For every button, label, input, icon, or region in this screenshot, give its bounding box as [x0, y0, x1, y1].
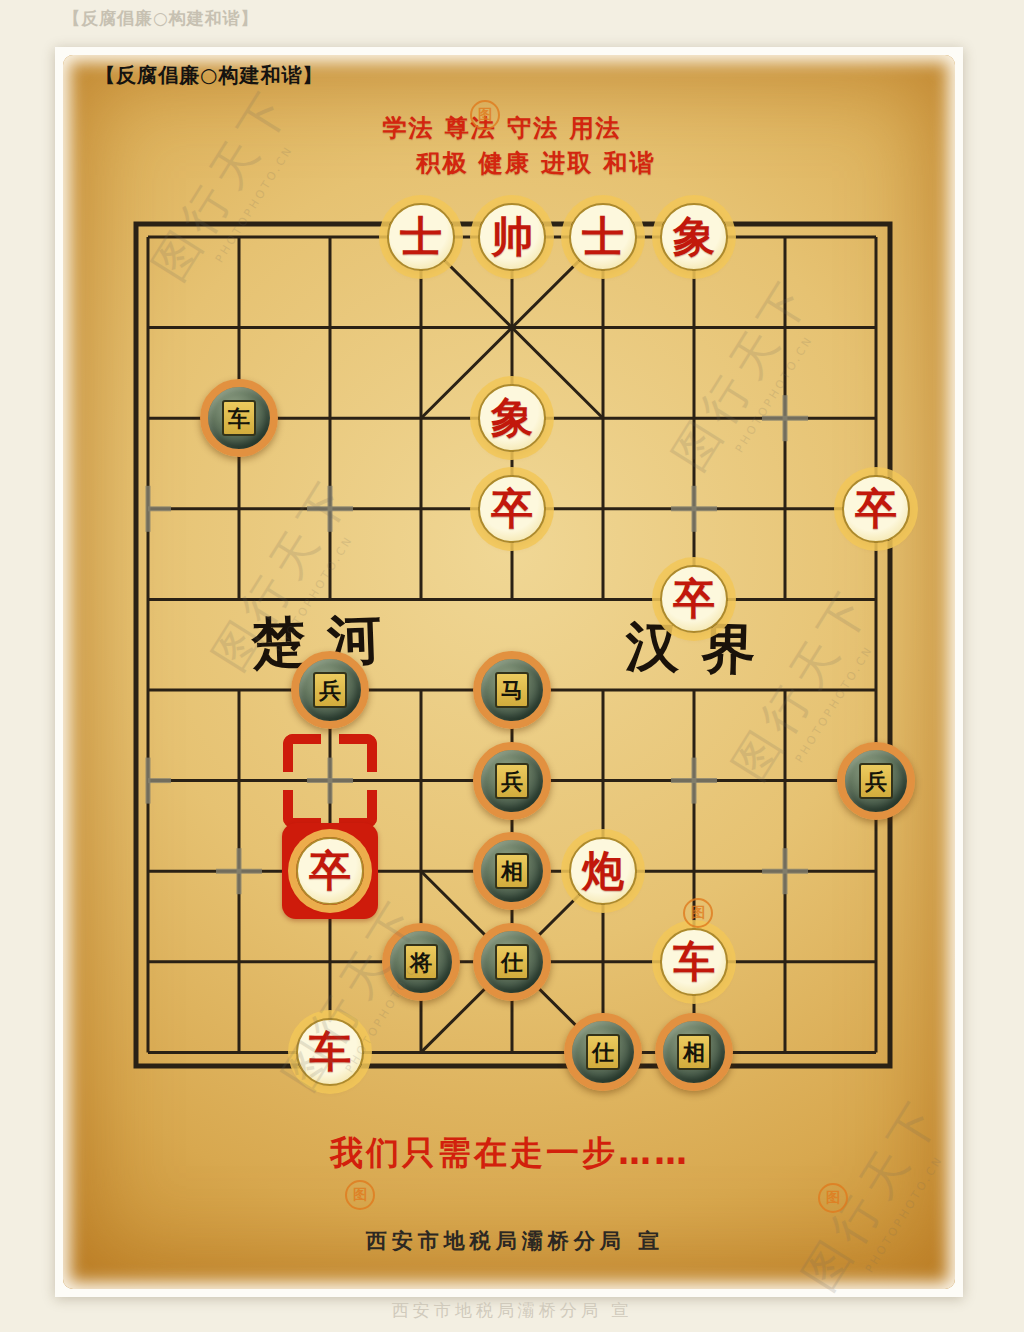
bracket-corner — [283, 790, 321, 828]
piece-character: 兵 — [865, 770, 887, 792]
bracket-corner — [339, 734, 377, 772]
piece-character: 卒 — [491, 488, 533, 530]
piece-bronze-soldier[interactable]: 兵 — [837, 742, 915, 820]
slogan-line-2: 积极 健康 进取 和谐 — [416, 147, 655, 179]
piece-cream-soldier[interactable]: 卒 — [842, 475, 910, 543]
coin-label-plate: 兵 — [495, 763, 529, 799]
xiangqi-board[interactable]: 楚河 汉界 士帅士象车象卒卒卒兵马兵兵卒相炮将仕车车仕相 — [133, 221, 893, 1069]
move-target-brackets[interactable] — [283, 734, 377, 828]
piece-character: 相 — [683, 1041, 705, 1063]
piece-bronze-advisor[interactable]: 仕 — [564, 1013, 642, 1091]
piece-cream-soldier[interactable]: 卒 — [296, 837, 364, 905]
coin-label-plate: 仕 — [495, 944, 529, 980]
piece-bronze-elephant[interactable]: 相 — [473, 832, 551, 910]
piece-cream-advisor[interactable]: 士 — [569, 203, 637, 271]
piece-character: 将 — [410, 951, 432, 973]
piece-bronze-horse[interactable]: 马 — [473, 651, 551, 729]
piece-cream-chariot[interactable]: 车 — [660, 928, 728, 996]
piece-cream-soldier[interactable]: 卒 — [660, 565, 728, 633]
piece-cream-elephant[interactable]: 象 — [660, 203, 728, 271]
coin-label-plate: 车 — [222, 400, 256, 436]
piece-character: 卒 — [855, 488, 897, 530]
coin-label-plate: 相 — [495, 853, 529, 889]
slogan-line-1: 学法 尊法 守法 用法 — [382, 112, 621, 144]
piece-character: 象 — [491, 397, 533, 439]
piece-character: 兵 — [501, 770, 523, 792]
piece-character: 马 — [501, 679, 523, 701]
piece-character: 车 — [673, 941, 715, 983]
piece-character: 兵 — [319, 679, 341, 701]
piece-character: 车 — [228, 407, 250, 429]
piece-character: 仕 — [501, 951, 523, 973]
piece-bronze-general[interactable]: 将 — [382, 923, 460, 1001]
poster-tagline: 【反腐倡廉○构建和谐】 — [95, 62, 323, 89]
piece-cream-general[interactable]: 帅 — [478, 203, 546, 271]
coin-label-plate: 马 — [495, 672, 529, 708]
piece-character: 帅 — [491, 216, 533, 258]
echo-publisher: 西安市地税局灞桥分局 宣 — [0, 1299, 1024, 1322]
piece-bronze-advisor[interactable]: 仕 — [473, 923, 551, 1001]
piece-cream-cannon[interactable]: 炮 — [569, 837, 637, 905]
piece-bronze-soldier[interactable]: 兵 — [473, 742, 551, 820]
piece-character: 相 — [501, 860, 523, 882]
piece-bronze-elephant[interactable]: 相 — [655, 1013, 733, 1091]
echo-tagline: 【反腐倡廉○构建和谐】 — [63, 7, 259, 30]
coin-label-plate: 兵 — [313, 672, 347, 708]
piece-character: 卒 — [309, 850, 351, 892]
piece-character: 士 — [400, 216, 442, 258]
poster-caption: 我们只需在走一步…… — [330, 1131, 690, 1176]
coin-label-plate: 将 — [404, 944, 438, 980]
piece-character: 仕 — [592, 1041, 614, 1063]
piece-cream-advisor[interactable]: 士 — [387, 203, 455, 271]
piece-bronze-chariot[interactable]: 车 — [200, 379, 278, 457]
bracket-corner — [339, 790, 377, 828]
piece-character: 卒 — [673, 578, 715, 620]
piece-cream-soldier[interactable]: 卒 — [478, 475, 546, 543]
piece-character: 炮 — [582, 850, 624, 892]
coin-label-plate: 仕 — [586, 1034, 620, 1070]
coin-label-plate: 兵 — [859, 763, 893, 799]
piece-character: 士 — [582, 216, 624, 258]
piece-cream-chariot[interactable]: 车 — [296, 1018, 364, 1086]
bracket-corner — [283, 734, 321, 772]
publisher-credit: 西安市地税局灞桥分局 宣 — [366, 1227, 664, 1255]
piece-bronze-soldier[interactable]: 兵 — [291, 651, 369, 729]
poster-canvas: 【反腐倡廉○构建和谐】 【反腐倡廉○构建和谐】 学法 尊法 守法 用法 积极 健… — [0, 0, 1024, 1332]
coin-label-plate: 相 — [677, 1034, 711, 1070]
piece-character: 车 — [309, 1031, 351, 1073]
piece-character: 象 — [673, 216, 715, 258]
piece-cream-elephant[interactable]: 象 — [478, 384, 546, 452]
